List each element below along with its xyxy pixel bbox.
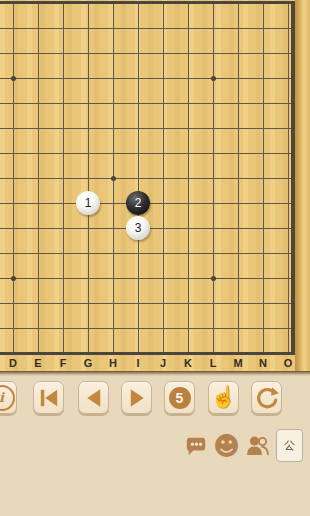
stone-move-2: 2: [126, 191, 150, 215]
star-point: [11, 276, 16, 281]
stone-move-1: 1: [76, 191, 100, 215]
grid-line: [0, 28, 293, 29]
grid-line: [0, 103, 293, 104]
grid-line: [263, 2, 264, 354]
grid-line: [88, 2, 89, 354]
public-channel-button[interactable]: [276, 429, 303, 462]
prev-move-button[interactable]: [78, 381, 109, 414]
coordinate-label: M: [228, 357, 248, 369]
board-edge-bottom: [0, 352, 295, 356]
board-edge-right: [291, 1, 295, 355]
go-app: DEFGHIJKLMNO123 i 5 ☝: [0, 0, 310, 516]
grid-line: [13, 2, 14, 354]
grid-line: [0, 253, 293, 254]
coordinate-label: J: [153, 357, 173, 369]
emoji-button[interactable]: ☻: [213, 433, 240, 459]
coordinate-label: L: [203, 357, 223, 369]
board-wood-margin: [295, 0, 310, 371]
move-interval-button[interactable]: 5: [164, 381, 195, 414]
board-edge-shadow: [0, 371, 310, 376]
grid-line: [213, 2, 214, 354]
chat-button[interactable]: [185, 435, 207, 460]
coordinate-label: N: [253, 357, 273, 369]
info-icon: i: [0, 385, 15, 411]
hand-pointer-icon: ☝: [210, 386, 236, 407]
refresh-icon: [254, 385, 280, 411]
grid-line: [0, 328, 293, 329]
grid-line: [163, 2, 164, 354]
go-board[interactable]: DEFGHIJKLMNO123: [0, 0, 310, 371]
star-point: [211, 276, 216, 281]
circled-number-icon: 5: [169, 387, 191, 409]
people-icon: [245, 433, 271, 459]
stone-move-3: 3: [126, 216, 150, 240]
grid-line: [188, 2, 189, 354]
play-mode-button[interactable]: ☝: [208, 381, 239, 414]
coordinate-label: D: [3, 357, 23, 369]
star-point: [111, 176, 116, 181]
info-button[interactable]: i: [0, 381, 17, 414]
grid-line: [0, 53, 293, 54]
skip-to-start-icon: [36, 385, 62, 411]
coordinate-label: H: [103, 357, 123, 369]
grid-line: [138, 2, 139, 354]
coordinate-label: K: [178, 357, 198, 369]
first-move-button[interactable]: [33, 381, 64, 414]
coordinate-label: I: [128, 357, 148, 369]
grid-line: [38, 2, 39, 354]
star-point: [211, 76, 216, 81]
coordinate-label: E: [28, 357, 48, 369]
grid-line: [0, 153, 293, 154]
next-move-button[interactable]: [121, 381, 152, 414]
restart-button[interactable]: [251, 381, 282, 414]
star-point: [11, 76, 16, 81]
grid-line: [63, 2, 64, 354]
grid-line: [0, 128, 293, 129]
coordinate-label: O: [278, 357, 298, 369]
grid-line: [0, 78, 293, 79]
gong-character-icon: [283, 436, 296, 455]
grid-line: [288, 2, 289, 354]
previous-icon: [81, 385, 107, 411]
grid-line: [0, 303, 293, 304]
grid-line: [238, 2, 239, 354]
grid-line: [0, 178, 293, 179]
coordinate-label: G: [78, 357, 98, 369]
next-icon: [124, 385, 150, 411]
coordinate-label: F: [53, 357, 73, 369]
grid-line: [0, 278, 293, 279]
board-edge-top: [0, 1, 295, 4]
chat-bubble-icon: [185, 435, 207, 457]
players-button[interactable]: [245, 433, 271, 462]
smiley-icon: ☻: [213, 431, 240, 461]
